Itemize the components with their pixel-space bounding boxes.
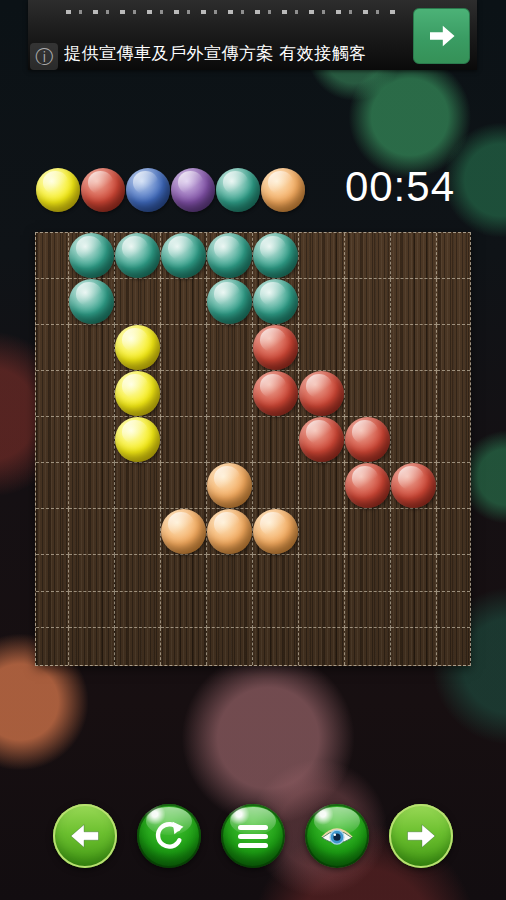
palette-ball-yellow[interactable]: [36, 168, 80, 212]
teal-ball[interactable]: [115, 233, 160, 278]
board-cell-r8c1[interactable]: [36, 555, 69, 592]
board-cell-r2c3[interactable]: [115, 279, 161, 325]
teal-ball[interactable]: [161, 233, 206, 278]
board-cell-r10c2[interactable]: [69, 628, 115, 665]
board-cell-r6c5[interactable]: [207, 463, 253, 509]
board-cell-r10c1[interactable]: [36, 628, 69, 665]
board-cell-r8c10[interactable]: [437, 555, 470, 592]
board-cell-r4c5[interactable]: [207, 371, 253, 417]
board-cell-r7c9[interactable]: [391, 509, 437, 555]
board-cell-r6c3[interactable]: [115, 463, 161, 509]
board-cell-r4c7[interactable]: [299, 371, 345, 417]
board-cell-r2c8[interactable]: [345, 279, 391, 325]
board-cell-r3c1[interactable]: [36, 325, 69, 371]
board-cell-r1c7[interactable]: [299, 233, 345, 279]
board-cell-r5c6[interactable]: [253, 417, 299, 463]
board-cell-r9c7[interactable]: [299, 592, 345, 629]
teal-ball[interactable]: [69, 279, 114, 324]
palette-ball-teal[interactable]: [216, 168, 260, 212]
back-button[interactable]: [53, 804, 117, 868]
palette-ball-red[interactable]: [81, 168, 125, 212]
board-cell-r2c10[interactable]: [437, 279, 470, 325]
board-cell-r9c6[interactable]: [253, 592, 299, 629]
board-cell-r10c7[interactable]: [299, 628, 345, 665]
board-cell-r9c4[interactable]: [161, 592, 207, 629]
board-cell-r8c8[interactable]: [345, 555, 391, 592]
board-cell-r5c8[interactable]: [345, 417, 391, 463]
board-cell-r6c4[interactable]: [161, 463, 207, 509]
board-cell-r6c6[interactable]: [253, 463, 299, 509]
board-cell-r1c4[interactable]: [161, 233, 207, 279]
eye-icon: [318, 821, 356, 851]
yellow-ball[interactable]: [115, 417, 160, 462]
board-cell-r4c6[interactable]: [253, 371, 299, 417]
board-cell-r2c6[interactable]: [253, 279, 299, 325]
board-cell-r1c10[interactable]: [437, 233, 470, 279]
arrow-right-icon: [426, 20, 458, 52]
board-cell-r1c8[interactable]: [345, 233, 391, 279]
board-cell-r7c8[interactable]: [345, 509, 391, 555]
board-cell-r4c3[interactable]: [115, 371, 161, 417]
board-cell-r3c10[interactable]: [437, 325, 470, 371]
board-cell-r10c6[interactable]: [253, 628, 299, 665]
board-cell-r5c3[interactable]: [115, 417, 161, 463]
board-cell-r5c4[interactable]: [161, 417, 207, 463]
menu-icon: [238, 825, 268, 848]
board-cell-r5c2[interactable]: [69, 417, 115, 463]
board-cell-r6c10[interactable]: [437, 463, 470, 509]
palette-ball-orange[interactable]: [261, 168, 305, 212]
board-cell-r10c3[interactable]: [115, 628, 161, 665]
board-cell-r9c2[interactable]: [69, 592, 115, 629]
board-cell-r9c10[interactable]: [437, 592, 470, 629]
yellow-ball[interactable]: [115, 325, 160, 370]
board-cell-r5c1[interactable]: [36, 417, 69, 463]
board-cell-r3c6[interactable]: [253, 325, 299, 371]
board-cell-r9c9[interactable]: [391, 592, 437, 629]
board-cell-r4c1[interactable]: [36, 371, 69, 417]
board-cell-r6c8[interactable]: [345, 463, 391, 509]
palette-ball-blue[interactable]: [126, 168, 170, 212]
board-cell-r6c9[interactable]: [391, 463, 437, 509]
board-cell-r7c6[interactable]: [253, 509, 299, 555]
board-cell-r3c3[interactable]: [115, 325, 161, 371]
board-cell-r7c4[interactable]: [161, 509, 207, 555]
board-cell-r8c3[interactable]: [115, 555, 161, 592]
board-cell-r9c3[interactable]: [115, 592, 161, 629]
board-cell-r7c2[interactable]: [69, 509, 115, 555]
orange-ball[interactable]: [253, 509, 298, 554]
ad-clipped-text-line: [66, 10, 396, 14]
restart-button[interactable]: [137, 804, 201, 868]
red-ball[interactable]: [299, 371, 344, 416]
board-cell-r10c5[interactable]: [207, 628, 253, 665]
board-cell-r1c5[interactable]: [207, 233, 253, 279]
board-cell-r1c9[interactable]: [391, 233, 437, 279]
ad-banner[interactable]: ⓘ 提供宣傳車及戶外宣傳方案 有效接觸客: [28, 0, 477, 70]
ad-text: 提供宣傳車及戶外宣傳方案 有效接觸客: [64, 42, 434, 65]
board-cell-r5c10[interactable]: [437, 417, 470, 463]
yellow-ball[interactable]: [115, 371, 160, 416]
board-cell-r8c7[interactable]: [299, 555, 345, 592]
board-cell-r10c4[interactable]: [161, 628, 207, 665]
board-cell-r4c8[interactable]: [345, 371, 391, 417]
board-cell-r3c7[interactable]: [299, 325, 345, 371]
ad-cta-button[interactable]: [413, 8, 470, 64]
board-cell-r2c7[interactable]: [299, 279, 345, 325]
board-cell-r7c1[interactable]: [36, 509, 69, 555]
board-cell-r9c1[interactable]: [36, 592, 69, 629]
orange-ball[interactable]: [161, 509, 206, 554]
arrow-right-icon: [403, 818, 439, 854]
board-cell-r1c2[interactable]: [69, 233, 115, 279]
board-cell-r10c9[interactable]: [391, 628, 437, 665]
board-cell-r3c5[interactable]: [207, 325, 253, 371]
color-palette: [36, 168, 305, 212]
board-cell-r5c7[interactable]: [299, 417, 345, 463]
game-board: [35, 232, 471, 666]
red-ball[interactable]: [391, 463, 436, 508]
board-cell-r7c5[interactable]: [207, 509, 253, 555]
info-icon[interactable]: ⓘ: [30, 43, 58, 70]
board-cell-r1c1[interactable]: [36, 233, 69, 279]
board-cell-r7c10[interactable]: [437, 509, 470, 555]
red-ball[interactable]: [299, 417, 344, 462]
board-cell-r3c2[interactable]: [69, 325, 115, 371]
menu-button[interactable]: [221, 804, 285, 868]
board-cell-r10c10[interactable]: [437, 628, 470, 665]
board-cell-r6c2[interactable]: [69, 463, 115, 509]
board-cell-r2c9[interactable]: [391, 279, 437, 325]
board-cell-r3c4[interactable]: [161, 325, 207, 371]
board-cell-r2c5[interactable]: [207, 279, 253, 325]
teal-ball[interactable]: [207, 233, 252, 278]
board-cell-r5c9[interactable]: [391, 417, 437, 463]
board-cell-r10c8[interactable]: [345, 628, 391, 665]
peek-button[interactable]: [305, 804, 369, 868]
red-ball[interactable]: [253, 325, 298, 370]
teal-ball[interactable]: [69, 233, 114, 278]
red-ball[interactable]: [345, 463, 390, 508]
board-cell-r3c8[interactable]: [345, 325, 391, 371]
teal-ball[interactable]: [253, 233, 298, 278]
orange-ball[interactable]: [207, 463, 252, 508]
board-cell-r1c3[interactable]: [115, 233, 161, 279]
board-cell-r8c2[interactable]: [69, 555, 115, 592]
board-cell-r4c9[interactable]: [391, 371, 437, 417]
board-cell-r3c9[interactable]: [391, 325, 437, 371]
board-cell-r5c5[interactable]: [207, 417, 253, 463]
board-cell-r7c7[interactable]: [299, 509, 345, 555]
red-ball[interactable]: [253, 371, 298, 416]
board-cell-r1c6[interactable]: [253, 233, 299, 279]
timer: 00:54: [345, 163, 455, 211]
red-ball[interactable]: [345, 417, 390, 462]
forward-button[interactable]: [389, 804, 453, 868]
board-cell-r2c2[interactable]: [69, 279, 115, 325]
teal-ball[interactable]: [207, 279, 252, 324]
board-cell-r7c3[interactable]: [115, 509, 161, 555]
orange-ball[interactable]: [207, 509, 252, 554]
board-cell-r8c5[interactable]: [207, 555, 253, 592]
arrow-left-icon: [67, 818, 103, 854]
refresh-icon: [152, 819, 186, 853]
board-cell-r9c8[interactable]: [345, 592, 391, 629]
board-cell-r8c4[interactable]: [161, 555, 207, 592]
toolbar: [0, 804, 506, 868]
board-grid: [36, 233, 470, 665]
board-cell-r9c5[interactable]: [207, 592, 253, 629]
palette-ball-purple[interactable]: [171, 168, 215, 212]
board-cell-r2c1[interactable]: [36, 279, 69, 325]
board-cell-r4c4[interactable]: [161, 371, 207, 417]
board-cell-r2c4[interactable]: [161, 279, 207, 325]
teal-ball[interactable]: [253, 279, 298, 324]
board-cell-r6c7[interactable]: [299, 463, 345, 509]
board-cell-r4c2[interactable]: [69, 371, 115, 417]
board-cell-r8c6[interactable]: [253, 555, 299, 592]
board-cell-r4c10[interactable]: [437, 371, 470, 417]
board-cell-r8c9[interactable]: [391, 555, 437, 592]
board-cell-r6c1[interactable]: [36, 463, 69, 509]
